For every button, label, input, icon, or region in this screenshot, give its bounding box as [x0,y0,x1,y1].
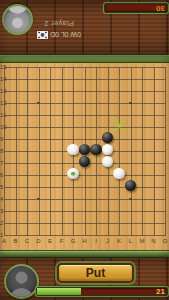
stone-black [102,132,114,144]
row-label: 6 [0,172,3,178]
row-label: 14 [0,76,7,82]
board-frame-bottom [0,250,169,258]
bottom-player-avatar [4,264,39,299]
stone-black [79,144,91,156]
column-label: E [46,238,54,244]
column-label: M [138,238,146,244]
column-label: B [12,238,20,244]
grid-line-horizontal [4,91,166,92]
person-icon [6,266,37,297]
column-label: G [69,238,77,244]
stone-white [67,144,79,156]
top-player-rotated-content: 0W 0L 0D Player 2 30 [0,0,169,54]
grid-line-vertical [154,67,155,236]
grid-line-vertical [131,67,132,236]
top-player-name: Player 2 [27,19,91,28]
grid-line-horizontal [4,79,166,80]
top-player-record: 0W 0L 0D [50,32,81,39]
row-label: 5 [0,184,3,190]
row-label: 15 [0,64,7,70]
grid-line-vertical [119,67,120,236]
south-korea-flag-icon [37,31,48,39]
column-label: C [23,238,31,244]
column-label: H [81,238,89,244]
bottom-player-timer: 21 [36,287,168,296]
row-label: 8 [0,148,3,154]
column-label: I [92,238,100,244]
stone-black [79,156,91,168]
column-label: F [58,238,66,244]
row-label: 7 [0,160,3,166]
stone-white [102,156,114,168]
row-label: 11 [0,112,6,118]
bottom-player-panel: Put 21 [0,258,169,300]
stone-white [67,168,79,180]
column-label: K [115,238,123,244]
column-label: N [150,238,158,244]
column-label: O [161,238,169,244]
row-label: 10 [0,124,7,130]
grid-line-vertical [142,67,143,236]
column-label: J [104,238,112,244]
stone-white [113,168,125,180]
column-label: A [0,238,8,244]
grid-line-vertical [165,67,166,236]
stone-black [90,144,102,156]
grid-line-horizontal [4,67,166,68]
row-label: 4 [0,196,3,202]
column-label: D [35,238,43,244]
row-label: 2 [0,220,3,226]
row-label: 9 [0,136,3,142]
top-player-time: 30 [156,4,165,12]
last-move-marker [71,172,75,176]
stone-black [125,180,137,192]
row-label: 13 [0,88,7,94]
top-player-record-row: 0W 0L 0D [33,31,81,39]
put-button[interactable]: Put [57,263,134,283]
row-label: 12 [0,100,7,106]
bottom-player-time: 21 [156,288,165,296]
row-label: 3 [0,208,3,214]
bottom-timer-fill [37,288,81,295]
column-label: L [127,238,135,244]
top-player-timer: 30 [104,3,168,13]
board-frame-top [0,54,169,63]
game-screen: 1A2B3C4D5E6F7G8H9I10J11K12L13M14N15O 0W … [0,0,169,300]
stone-white [102,144,114,156]
top-player-panel: 0W 0L 0D Player 2 30 [0,0,169,54]
